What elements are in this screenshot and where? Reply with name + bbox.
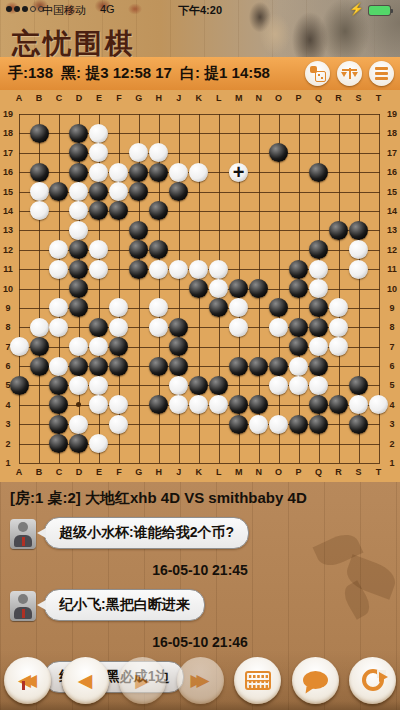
- row-label: 17: [0, 148, 16, 158]
- black-stone: [149, 163, 168, 182]
- white-stone: [189, 163, 208, 182]
- white-stone: [49, 357, 68, 376]
- column-label: B: [32, 467, 46, 477]
- refresh-button[interactable]: [349, 657, 396, 704]
- white-stone: [49, 298, 68, 317]
- row-label: 2: [0, 439, 16, 449]
- white-stone: [10, 337, 29, 356]
- row-label: 15: [0, 187, 16, 197]
- row-label: 18: [384, 128, 400, 138]
- black-stone: [289, 279, 308, 298]
- row-label: 18: [0, 128, 16, 138]
- column-label: J: [172, 93, 186, 103]
- black-stone: [129, 221, 148, 240]
- black-stone: [229, 357, 248, 376]
- white-stone: [69, 415, 88, 434]
- abacus-icon: [245, 671, 271, 690]
- white-stone: [169, 163, 188, 182]
- black-stone: [269, 298, 288, 317]
- black-stone: [229, 415, 248, 434]
- black-stone: [69, 163, 88, 182]
- white-stone: [30, 318, 49, 337]
- black-stone: [309, 163, 328, 182]
- battery-icon: [369, 6, 390, 15]
- black-stone: [169, 337, 188, 356]
- black-stone: [149, 395, 168, 414]
- black-stone: [289, 415, 308, 434]
- column-label: T: [372, 467, 386, 477]
- white-stone: [69, 201, 88, 220]
- black-stone: [289, 260, 308, 279]
- black-stone: [269, 357, 288, 376]
- column-label: G: [132, 467, 146, 477]
- fast-forward-button[interactable]: ▶▶: [177, 657, 224, 704]
- black-stone: [30, 163, 49, 182]
- black-stone: [349, 376, 368, 395]
- black-stone: [89, 182, 108, 201]
- black-stone: [309, 357, 328, 376]
- black-stone: [329, 221, 348, 240]
- white-stone: [129, 143, 148, 162]
- row-label: 19: [0, 109, 16, 119]
- black-stone: [49, 182, 68, 201]
- row-label: 16: [0, 167, 16, 177]
- black-stone: [30, 124, 49, 143]
- column-label: M: [232, 93, 246, 103]
- column-label: D: [72, 93, 86, 103]
- row-label: 4: [0, 400, 16, 410]
- black-stone: [329, 395, 348, 414]
- black-stone: [249, 357, 268, 376]
- star-point: [76, 402, 81, 407]
- white-stone: [69, 376, 88, 395]
- black-stone: [149, 357, 168, 376]
- white-player-info: 白: 提1 14:58: [180, 64, 270, 83]
- row-label: 13: [0, 225, 16, 235]
- white-stone: [69, 221, 88, 240]
- row-label: 6: [0, 361, 16, 371]
- black-stone: [169, 318, 188, 337]
- white-stone: [269, 376, 288, 395]
- black-stone: [169, 182, 188, 201]
- column-label: O: [272, 467, 286, 477]
- column-label: K: [192, 93, 206, 103]
- row-label: 6: [384, 361, 400, 371]
- white-stone: [189, 260, 208, 279]
- white-stone: [309, 279, 328, 298]
- row-label: 10: [384, 284, 400, 294]
- white-stone: [89, 337, 108, 356]
- white-stone: [89, 376, 108, 395]
- status-time: 下午4:20: [0, 3, 400, 18]
- row-label: 19: [384, 109, 400, 119]
- user-avatar-icon: [10, 519, 36, 549]
- white-stone: [109, 298, 128, 317]
- status-bar: 中国移动 4G 下午4:20 ⚡: [0, 0, 400, 20]
- white-stone: [249, 415, 268, 434]
- white-stone: [349, 260, 368, 279]
- column-label: T: [372, 93, 386, 103]
- user-avatar-icon: [10, 591, 36, 621]
- column-label: E: [92, 467, 106, 477]
- white-stone: [49, 260, 68, 279]
- white-stone: [49, 240, 68, 259]
- chat-message: 纪小飞:黑把白断进来: [44, 589, 400, 625]
- black-stone: [349, 415, 368, 434]
- white-stone: [289, 376, 308, 395]
- black-stone: [69, 260, 88, 279]
- black-stone: [309, 395, 328, 414]
- black-stone: [89, 357, 108, 376]
- white-stone: [89, 434, 108, 453]
- row-label: 11: [384, 264, 400, 274]
- grid-line: [19, 463, 380, 464]
- black-stone: [349, 221, 368, 240]
- white-stone: [89, 143, 108, 162]
- column-label: Q: [312, 467, 326, 477]
- white-stone: [109, 182, 128, 201]
- black-stone: [69, 124, 88, 143]
- chat-bubble: 超级小水杯:谁能给我2个币?: [44, 517, 249, 549]
- column-label: N: [252, 93, 266, 103]
- black-stone: [149, 240, 168, 259]
- row-label: 8: [384, 322, 400, 332]
- black-player-info: 黑: 提3 12:58 17: [61, 64, 172, 83]
- white-stone: [149, 143, 168, 162]
- column-label: H: [152, 467, 166, 477]
- column-label: P: [292, 93, 306, 103]
- row-label: 16: [384, 167, 400, 177]
- row-label: 13: [384, 225, 400, 235]
- back-icon: ◀: [78, 671, 93, 690]
- step-forward-button[interactable]: ▶: [119, 657, 166, 704]
- column-label: F: [112, 93, 126, 103]
- white-stone: [289, 357, 308, 376]
- white-stone: [309, 337, 328, 356]
- white-stone: [109, 163, 128, 182]
- grid-line: [279, 114, 280, 463]
- row-label: 9: [384, 303, 400, 313]
- game-info-bar: 手:138 黑: 提3 12:58 17 白: 提1 14:58: [0, 57, 400, 91]
- black-stone: [89, 318, 108, 337]
- column-label: A: [12, 467, 26, 477]
- white-stone: [209, 279, 228, 298]
- row-label: 17: [384, 148, 400, 158]
- white-stone: [69, 182, 88, 201]
- black-stone: [229, 279, 248, 298]
- white-stone: [109, 395, 128, 414]
- column-label: L: [212, 93, 226, 103]
- column-label: L: [212, 467, 226, 477]
- column-label: R: [332, 467, 346, 477]
- black-stone: [229, 395, 248, 414]
- row-label: 8: [0, 322, 16, 332]
- count-score-button[interactable]: [234, 657, 281, 704]
- white-stone: [89, 124, 108, 143]
- column-label: P: [292, 467, 306, 477]
- black-stone: [209, 298, 228, 317]
- app-header: 中国移动 4G 下午4:20 ⚡ 忘忧围棋: [0, 0, 400, 57]
- white-stone: [329, 337, 348, 356]
- black-stone: [109, 337, 128, 356]
- black-stone: [69, 279, 88, 298]
- white-stone: [149, 260, 168, 279]
- row-label: 3: [384, 419, 400, 429]
- black-stone: [69, 143, 88, 162]
- white-stone: [69, 337, 88, 356]
- white-stone: [229, 298, 248, 317]
- white-stone: [149, 318, 168, 337]
- white-stone: [309, 376, 328, 395]
- column-label: K: [192, 467, 206, 477]
- row-label: 12: [0, 245, 16, 255]
- black-stone: [289, 337, 308, 356]
- black-stone: [69, 298, 88, 317]
- column-label: S: [352, 93, 366, 103]
- black-stone: [109, 201, 128, 220]
- menu-button[interactable]: [369, 61, 394, 86]
- column-label: Q: [312, 93, 326, 103]
- column-label: R: [332, 93, 346, 103]
- black-stone: [309, 318, 328, 337]
- column-label: E: [92, 93, 106, 103]
- black-stone: [49, 376, 68, 395]
- black-stone: [69, 434, 88, 453]
- white-stone: [89, 260, 108, 279]
- white-stone: [329, 298, 348, 317]
- column-label: H: [152, 93, 166, 103]
- row-label: 1: [384, 458, 400, 468]
- white-stone: [169, 395, 188, 414]
- white-stone: [269, 415, 288, 434]
- black-stone: [169, 357, 188, 376]
- black-stone: [49, 434, 68, 453]
- chat-timestamp: 16-05-10 21:45: [0, 562, 400, 582]
- column-label: C: [52, 467, 66, 477]
- white-stone: [89, 395, 108, 414]
- black-stone: [89, 201, 108, 220]
- column-label: S: [352, 467, 366, 477]
- row-label: 15: [384, 187, 400, 197]
- row-label: 3: [0, 419, 16, 429]
- white-stone: [89, 163, 108, 182]
- row-label: 1: [0, 458, 16, 468]
- white-stone: [349, 240, 368, 259]
- black-stone: [269, 143, 288, 162]
- column-label: D: [72, 467, 86, 477]
- playback-toolbar: ◀◀ ◀ ▶ ▶▶: [0, 650, 400, 710]
- forward-icon: ▶: [135, 671, 150, 690]
- room-info: [房:1 桌:2] 大地红xhb 4D VS smithbaby 4D: [0, 482, 400, 510]
- column-label: M: [232, 467, 246, 477]
- black-stone: [30, 337, 49, 356]
- dice-button[interactable]: [305, 61, 330, 86]
- move-counter: 手:138: [8, 64, 53, 83]
- column-label: G: [132, 93, 146, 103]
- white-stone: [109, 318, 128, 337]
- black-stone: [69, 357, 88, 376]
- white-stone: [149, 298, 168, 317]
- white-stone: [209, 260, 228, 279]
- row-label: 5: [384, 380, 400, 390]
- white-stone: [30, 201, 49, 220]
- black-stone: [309, 415, 328, 434]
- black-stone: [129, 163, 148, 182]
- column-label: B: [32, 93, 46, 103]
- scales-icon: [342, 67, 357, 81]
- hamburger-menu-icon: [375, 67, 388, 80]
- column-label: A: [12, 93, 26, 103]
- white-stone: [189, 395, 208, 414]
- fast-forward-icon: ▶▶: [190, 672, 202, 689]
- white-stone: [169, 260, 188, 279]
- charging-icon: ⚡: [349, 2, 364, 16]
- black-stone: [49, 415, 68, 434]
- rewind-to-start-button[interactable]: ◀◀: [4, 657, 51, 704]
- white-stone: [229, 318, 248, 337]
- column-label: O: [272, 93, 286, 103]
- white-stone: [369, 395, 388, 414]
- white-stone: [269, 318, 288, 337]
- refresh-icon: [362, 669, 384, 691]
- black-stone: [10, 376, 29, 395]
- black-stone: [309, 298, 328, 317]
- white-stone: [49, 318, 68, 337]
- row-label: 9: [0, 303, 16, 313]
- chat-bubble-icon: [303, 671, 328, 689]
- black-stone: [49, 395, 68, 414]
- black-stone: [69, 240, 88, 259]
- column-label: F: [112, 467, 126, 477]
- black-stone: [109, 357, 128, 376]
- column-label: N: [252, 467, 266, 477]
- black-stone: [129, 182, 148, 201]
- white-stone: [349, 395, 368, 414]
- black-stone: [309, 240, 328, 259]
- white-stone: [329, 318, 348, 337]
- black-stone: [129, 260, 148, 279]
- white-stone: [30, 182, 49, 201]
- black-stone: [30, 357, 49, 376]
- row-label: 10: [0, 284, 16, 294]
- black-stone: [249, 279, 268, 298]
- black-stone: [209, 376, 228, 395]
- black-stone: [189, 279, 208, 298]
- black-stone: [249, 395, 268, 414]
- white-stone: [309, 260, 328, 279]
- chat-button[interactable]: [292, 657, 339, 704]
- black-stone: [149, 201, 168, 220]
- score-balance-button[interactable]: [337, 61, 362, 86]
- row-label: 14: [0, 206, 16, 216]
- white-stone: [229, 163, 248, 182]
- row-label: 12: [384, 245, 400, 255]
- black-stone: [189, 376, 208, 395]
- white-stone: [109, 415, 128, 434]
- row-label: 2: [384, 439, 400, 449]
- step-back-button[interactable]: ◀: [62, 657, 109, 704]
- chat-bubble: 纪小飞:黑把白断进来: [44, 589, 205, 621]
- row-label: 7: [384, 342, 400, 352]
- row-label: 14: [384, 206, 400, 216]
- white-stone: [209, 395, 228, 414]
- go-board[interactable]: AABBCCDDEEFFGGHHJJKKLLMMNNOOPPQQRRSSTT19…: [0, 90, 400, 482]
- black-stone: [129, 240, 148, 259]
- chat-message: 超级小水杯:谁能给我2个币?: [44, 517, 400, 553]
- column-label: J: [172, 467, 186, 477]
- row-label: 11: [0, 264, 16, 274]
- white-stone: [89, 240, 108, 259]
- black-stone: [289, 318, 308, 337]
- white-stone: [169, 376, 188, 395]
- column-label: C: [52, 93, 66, 103]
